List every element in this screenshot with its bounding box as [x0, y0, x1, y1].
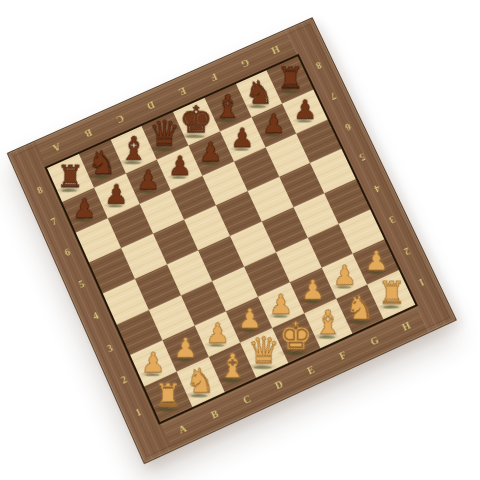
- piece-black-king-e8[interactable]: ♚: [179, 101, 213, 138]
- piece-black-pawn-b7[interactable]: ♟: [104, 181, 128, 208]
- piece-white-bishop-c1[interactable]: ♝: [217, 349, 247, 383]
- piece-white-pawn-a2[interactable]: ♟: [141, 348, 166, 375]
- chess-board: ♜♞♝♛♚♝♞♜♟♟♟♟♟♟♟♟♟♟♟♟♟♟♟♟♜♞♝♛♚♝♞♜ ABCDEFG…: [7, 17, 457, 464]
- piece-white-king-e1[interactable]: ♚: [279, 317, 314, 355]
- piece-black-pawn-f7[interactable]: ♟: [230, 125, 254, 151]
- piece-white-pawn-c2[interactable]: ♟: [205, 319, 229, 346]
- piece-black-knight-g8[interactable]: ♞: [244, 76, 273, 108]
- piece-white-pawn-g2[interactable]: ♟: [332, 261, 357, 288]
- piece-white-knight-g1[interactable]: ♞: [345, 291, 375, 324]
- photo-canvas: ♜♞♝♛♚♝♞♜♟♟♟♟♟♟♟♟♟♟♟♟♟♟♟♟♜♞♝♛♚♝♞♜ ABCDEFG…: [0, 0, 480, 480]
- piece-black-pawn-e7[interactable]: ♟: [199, 139, 223, 165]
- piece-black-rook-h8[interactable]: ♜: [276, 63, 304, 93]
- piece-black-pawn-h7[interactable]: ♟: [293, 97, 317, 123]
- piece-white-knight-b1[interactable]: ♞: [185, 363, 215, 397]
- piece-white-pawn-d2[interactable]: ♟: [237, 305, 261, 332]
- piece-black-pawn-a7[interactable]: ♟: [73, 195, 98, 222]
- piece-white-pawn-f2[interactable]: ♟: [300, 276, 325, 303]
- piece-black-rook-a8[interactable]: ♜: [56, 161, 84, 191]
- piece-white-pawn-b2[interactable]: ♟: [173, 334, 198, 361]
- piece-black-bishop-c8[interactable]: ♝: [119, 132, 149, 164]
- piece-white-rook-a1[interactable]: ♜: [154, 379, 182, 411]
- piece-white-pawn-h2[interactable]: ♟: [364, 247, 389, 274]
- piece-white-rook-h1[interactable]: ♜: [377, 277, 405, 308]
- piece-black-pawn-g7[interactable]: ♟: [262, 111, 286, 137]
- piece-black-pawn-d7[interactable]: ♟: [168, 153, 192, 179]
- piece-black-bishop-f8[interactable]: ♝: [213, 90, 242, 122]
- piece-white-bishop-f1[interactable]: ♝: [313, 305, 343, 338]
- piece-black-pawn-c7[interactable]: ♟: [136, 167, 160, 194]
- piece-black-knight-b8[interactable]: ♞: [87, 146, 117, 178]
